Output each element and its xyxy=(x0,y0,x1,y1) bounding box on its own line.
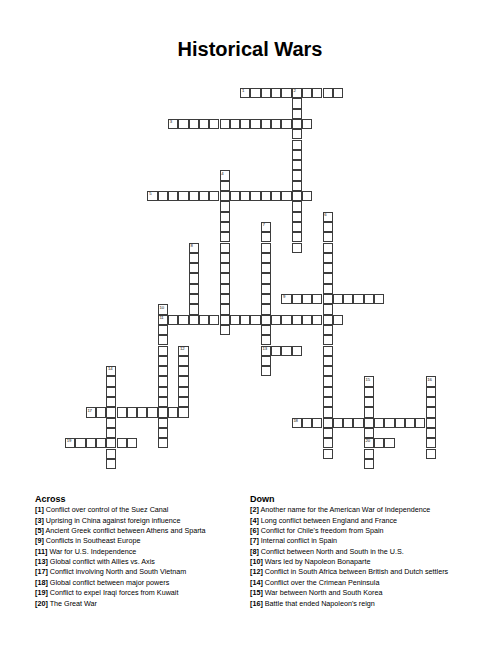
grid-cell[interactable] xyxy=(250,88,260,98)
cell-number: 6 xyxy=(324,213,326,217)
clue-number: [10] xyxy=(250,557,263,566)
grid-cell[interactable] xyxy=(189,253,199,263)
grid-cell[interactable] xyxy=(292,181,302,191)
grid-cell[interactable]: 20 xyxy=(364,438,374,448)
grid-cell[interactable] xyxy=(292,150,302,160)
grid-cell[interactable] xyxy=(374,294,384,304)
clue-item: [3] Uprising in China against foreign in… xyxy=(35,516,247,526)
grid-cell[interactable] xyxy=(168,315,178,325)
cell-number: 5 xyxy=(149,192,151,196)
grid-cell[interactable] xyxy=(220,284,230,294)
grid-cell[interactable] xyxy=(106,387,116,397)
clue-number: [8] xyxy=(250,547,259,556)
cell-number: 13 xyxy=(262,347,266,351)
grid-cell[interactable] xyxy=(364,428,374,438)
grid-cell[interactable] xyxy=(323,438,333,448)
grid-cell[interactable] xyxy=(281,315,291,325)
clue-number: [16] xyxy=(250,599,263,608)
grid-cell[interactable] xyxy=(158,418,168,428)
clue-number: [7] xyxy=(250,536,259,545)
grid-cell[interactable] xyxy=(364,294,374,304)
grid-cell[interactable] xyxy=(333,418,343,428)
grid-cell[interactable] xyxy=(220,263,230,273)
grid-cell[interactable] xyxy=(333,88,343,98)
grid-cell[interactable] xyxy=(178,315,188,325)
grid-cell[interactable] xyxy=(384,418,394,428)
clue-number: [6] xyxy=(250,526,259,535)
grid-cell[interactable] xyxy=(374,438,384,448)
clue-number: [13] xyxy=(35,557,48,566)
crossword-grid: 1235911131718192046781012141516 xyxy=(65,88,437,470)
grid-cell[interactable] xyxy=(261,304,271,314)
down-header: Down xyxy=(250,494,450,504)
grid-cell[interactable] xyxy=(292,232,302,242)
grid-cell[interactable] xyxy=(426,397,436,407)
grid-cell[interactable] xyxy=(292,212,302,222)
grid-cell[interactable] xyxy=(323,243,333,253)
clue-item: [6] Conflict for Chile's freedom from Sp… xyxy=(250,526,450,536)
clue-number: [4] xyxy=(250,516,259,525)
grid-cell[interactable] xyxy=(364,418,374,428)
grid-cell[interactable]: 6 xyxy=(323,212,333,222)
grid-cell[interactable] xyxy=(209,191,219,201)
grid-cell[interactable]: 12 xyxy=(178,346,188,356)
grid-cell[interactable] xyxy=(106,418,116,428)
grid-cell[interactable] xyxy=(261,88,271,98)
grid-cell[interactable] xyxy=(158,325,168,335)
clue-item: [16] Battle that ended Napoleon's reign xyxy=(250,599,450,609)
grid-cell[interactable] xyxy=(189,119,199,129)
grid-cell[interactable] xyxy=(106,428,116,438)
grid-cell[interactable] xyxy=(189,294,199,304)
grid-cell[interactable]: 18 xyxy=(292,418,302,428)
grid-cell[interactable] xyxy=(323,315,333,325)
grid-cell[interactable] xyxy=(426,407,436,417)
clue-item: [19] Conflict to expel Iraqi forces from… xyxy=(35,588,247,598)
cell-number: 16 xyxy=(427,378,431,382)
grid-cell[interactable] xyxy=(178,356,188,366)
grid-cell[interactable] xyxy=(364,449,374,459)
clue-number: [18] xyxy=(35,578,48,587)
grid-cell[interactable] xyxy=(292,170,302,180)
clue-number: [9] xyxy=(35,536,44,545)
grid-cell[interactable] xyxy=(261,263,271,273)
grid-cell[interactable] xyxy=(261,335,271,345)
grid-cell[interactable] xyxy=(343,418,353,428)
grid-cell[interactable] xyxy=(292,98,302,108)
grid-cell[interactable] xyxy=(312,294,322,304)
grid-cell[interactable] xyxy=(178,119,188,129)
grid-cell[interactable] xyxy=(261,284,271,294)
clue-number: [11] xyxy=(35,547,47,556)
grid-cell[interactable] xyxy=(230,191,240,201)
grid-cell[interactable] xyxy=(158,346,168,356)
grid-cell[interactable] xyxy=(292,160,302,170)
clue-number: [1] xyxy=(35,505,44,514)
grid-cell[interactable] xyxy=(158,407,168,417)
grid-cell[interactable] xyxy=(199,315,209,325)
grid-cell[interactable] xyxy=(353,418,363,428)
grid-cell[interactable] xyxy=(384,438,394,448)
cell-number: 7 xyxy=(262,223,264,227)
clue-number: [12] xyxy=(250,567,263,576)
grid-cell[interactable] xyxy=(189,263,199,273)
grid-cell[interactable] xyxy=(106,397,116,407)
grid-cell[interactable] xyxy=(426,387,436,397)
puzzle-page: Historical Wars 123591113171819204678101… xyxy=(0,0,500,647)
grid-cell[interactable] xyxy=(199,119,209,129)
grid-cell[interactable] xyxy=(323,232,333,242)
grid-cell[interactable] xyxy=(168,407,178,417)
grid-cell[interactable]: 9 xyxy=(281,294,291,304)
grid-cell[interactable] xyxy=(323,263,333,273)
grid-cell[interactable] xyxy=(178,407,188,417)
cell-number: 2 xyxy=(293,89,295,93)
grid-cell[interactable]: 19 xyxy=(65,438,75,448)
cell-number: 3 xyxy=(170,120,172,124)
cell-number: 17 xyxy=(87,409,91,413)
grid-cell[interactable] xyxy=(106,376,116,386)
grid-cell[interactable] xyxy=(158,376,168,386)
grid-cell[interactable] xyxy=(178,366,188,376)
grid-cell[interactable] xyxy=(137,407,147,417)
grid-cell[interactable] xyxy=(302,119,312,129)
grid-cell[interactable] xyxy=(323,222,333,232)
grid-cell[interactable]: 8 xyxy=(189,243,199,253)
grid-cell[interactable] xyxy=(250,315,260,325)
grid-cell[interactable] xyxy=(323,335,333,345)
across-header: Across xyxy=(35,494,247,504)
grid-cell[interactable] xyxy=(271,346,281,356)
grid-cell[interactable] xyxy=(189,315,199,325)
grid-cell[interactable] xyxy=(261,253,271,263)
grid-cell[interactable] xyxy=(261,366,271,376)
grid-cell[interactable] xyxy=(189,273,199,283)
grid-cell[interactable] xyxy=(158,397,168,407)
clue-item: [13] Global conflict with Allies vs. Axi… xyxy=(35,557,247,567)
grid-cell[interactable] xyxy=(240,191,250,201)
grid-cell[interactable] xyxy=(178,376,188,386)
grid-cell[interactable] xyxy=(220,232,230,242)
grid-cell[interactable] xyxy=(281,88,291,98)
grid-cell[interactable] xyxy=(261,191,271,201)
grid-cell[interactable] xyxy=(230,315,240,325)
grid-cell[interactable] xyxy=(199,191,209,201)
clue-item: [10] Wars led by Napoleon Bonaparte xyxy=(250,557,450,567)
grid-cell[interactable] xyxy=(220,212,230,222)
grid-cell[interactable] xyxy=(364,397,374,407)
clue-item: [18] Global conflict between major power… xyxy=(35,578,247,588)
grid-cell[interactable]: 2 xyxy=(292,88,302,98)
grid-cell[interactable] xyxy=(158,387,168,397)
clue-number: [17] xyxy=(35,567,48,576)
grid-cell[interactable] xyxy=(292,129,302,139)
clue-number: [19] xyxy=(35,588,48,597)
grid-cell[interactable] xyxy=(343,294,353,304)
grid-cell[interactable] xyxy=(86,438,96,448)
grid-cell[interactable] xyxy=(261,119,271,129)
grid-cell[interactable]: 16 xyxy=(426,376,436,386)
grid-cell[interactable] xyxy=(127,407,137,417)
grid-cell[interactable] xyxy=(261,232,271,242)
grid-cell[interactable] xyxy=(106,438,116,448)
cell-number: 14 xyxy=(108,367,112,371)
grid-cell[interactable] xyxy=(333,294,343,304)
grid-cell[interactable] xyxy=(240,315,250,325)
clue-item: [11] War for U.S. Independence xyxy=(35,547,247,557)
grid-cell[interactable] xyxy=(158,356,168,366)
grid-cell[interactable] xyxy=(302,191,312,201)
clue-number: [15] xyxy=(250,588,263,597)
across-clues: Across [1] Conflict over control of the … xyxy=(35,494,247,609)
clue-item: [15] War between North and South Korea xyxy=(250,588,450,598)
grid-cell[interactable] xyxy=(220,181,230,191)
grid-cell[interactable] xyxy=(292,109,302,119)
grid-cell[interactable] xyxy=(323,273,333,283)
grid-cell[interactable] xyxy=(220,201,230,211)
grid-cell[interactable] xyxy=(220,294,230,304)
grid-cell[interactable] xyxy=(106,449,116,459)
grid-cell[interactable] xyxy=(395,418,405,428)
grid-cell[interactable] xyxy=(292,243,302,253)
grid-cell[interactable] xyxy=(323,346,333,356)
grid-cell[interactable] xyxy=(333,315,343,325)
clue-item: [5] Ancient Greek conflict between Athen… xyxy=(35,526,247,536)
grid-cell[interactable] xyxy=(261,273,271,283)
grid-cell[interactable] xyxy=(364,407,374,417)
clue-item: [12] Conflict in South Africa between Br… xyxy=(250,567,450,577)
clue-number: [3] xyxy=(35,516,44,525)
cell-number: 1 xyxy=(242,89,244,93)
grid-cell[interactable] xyxy=(323,284,333,294)
grid-cell[interactable]: 10 xyxy=(158,304,168,314)
grid-cell[interactable] xyxy=(281,119,291,129)
grid-cell[interactable] xyxy=(323,88,333,98)
clue-item: [8] Conflict between North and South in … xyxy=(250,547,450,557)
grid-cell[interactable] xyxy=(75,438,85,448)
down-clues: Down [2] Another name for the American W… xyxy=(250,494,450,609)
grid-cell[interactable] xyxy=(302,294,312,304)
grid-cell[interactable] xyxy=(230,119,240,129)
grid-cell[interactable] xyxy=(117,438,127,448)
grid-cell[interactable] xyxy=(220,273,230,283)
grid-cell[interactable] xyxy=(271,119,281,129)
grid-cell[interactable] xyxy=(158,191,168,201)
grid-cell[interactable]: 4 xyxy=(220,170,230,180)
grid-cell[interactable] xyxy=(292,140,302,150)
clue-item: [20] The Great War xyxy=(35,599,247,609)
grid-cell[interactable] xyxy=(323,387,333,397)
clue-item: [9] Conflicts in Southeast Europe xyxy=(35,536,247,546)
cell-number: 9 xyxy=(283,295,285,299)
grid-cell[interactable] xyxy=(261,315,271,325)
grid-cell[interactable] xyxy=(220,243,230,253)
grid-cell[interactable] xyxy=(178,397,188,407)
grid-cell[interactable] xyxy=(374,418,384,428)
grid-cell[interactable] xyxy=(158,438,168,448)
grid-cell[interactable] xyxy=(271,191,281,201)
grid-cell[interactable] xyxy=(189,284,199,294)
grid-cell[interactable] xyxy=(292,119,302,129)
grid-cell[interactable] xyxy=(271,88,281,98)
cell-number: 20 xyxy=(365,439,369,443)
grid-cell[interactable] xyxy=(292,201,302,211)
grid-cell[interactable] xyxy=(106,407,116,417)
down-clue-list: [2] Another name for the American War of… xyxy=(250,505,450,608)
grid-cell[interactable] xyxy=(426,449,436,459)
grid-cell[interactable] xyxy=(292,315,302,325)
grid-cell[interactable] xyxy=(209,315,219,325)
clue-number: [2] xyxy=(250,505,259,514)
grid-cell[interactable] xyxy=(240,119,250,129)
cell-number: 18 xyxy=(293,419,297,423)
clue-item: [2] Another name for the American War of… xyxy=(250,505,450,515)
grid-cell[interactable] xyxy=(261,325,271,335)
page-title: Historical Wars xyxy=(0,38,500,60)
grid-cell[interactable] xyxy=(250,119,260,129)
cell-number: 19 xyxy=(67,439,71,443)
grid-cell[interactable] xyxy=(220,304,230,314)
grid-cell[interactable] xyxy=(158,366,168,376)
grid-cell[interactable] xyxy=(302,88,312,98)
grid-cell[interactable] xyxy=(117,407,127,417)
grid-cell[interactable] xyxy=(261,294,271,304)
grid-cell[interactable] xyxy=(158,428,168,438)
grid-cell[interactable] xyxy=(292,191,302,201)
grid-cell[interactable]: 17 xyxy=(86,407,96,417)
clue-item: [14] Conflict over the Crimean Peninsula xyxy=(250,578,450,588)
grid-cell[interactable] xyxy=(209,119,219,129)
grid-cell[interactable] xyxy=(323,253,333,263)
grid-cell[interactable] xyxy=(158,335,168,345)
clue-item: [1] Conflict over control of the Suez Ca… xyxy=(35,505,247,515)
grid-cell[interactable] xyxy=(271,315,281,325)
grid-cell[interactable] xyxy=(302,315,312,325)
grid-cell[interactable]: 14 xyxy=(106,366,116,376)
grid-cell[interactable] xyxy=(364,459,374,469)
grid-cell[interactable] xyxy=(323,428,333,438)
grid-cell[interactable] xyxy=(323,304,333,314)
grid-cell[interactable] xyxy=(405,418,415,428)
grid-cell[interactable]: 3 xyxy=(168,119,178,129)
grid-cell[interactable] xyxy=(189,304,199,314)
grid-cell[interactable] xyxy=(281,191,291,201)
grid-cell[interactable] xyxy=(426,438,436,448)
cell-number: 8 xyxy=(190,244,192,248)
grid-cell[interactable] xyxy=(189,191,199,201)
grid-cell[interactable] xyxy=(220,253,230,263)
grid-cell[interactable]: 5 xyxy=(147,191,157,201)
grid-cell[interactable]: 11 xyxy=(158,315,168,325)
grid-cell[interactable] xyxy=(96,407,106,417)
grid-cell[interactable]: 1 xyxy=(240,88,250,98)
across-clue-list: [1] Conflict over control of the Suez Ca… xyxy=(35,505,247,608)
grid-cell[interactable] xyxy=(96,438,106,448)
grid-cell[interactable] xyxy=(220,315,230,325)
clue-number: [14] xyxy=(250,578,263,587)
grid-cell[interactable] xyxy=(364,387,374,397)
grid-cell[interactable] xyxy=(312,418,322,428)
grid-cell[interactable] xyxy=(426,428,436,438)
grid-cell[interactable]: 15 xyxy=(364,376,374,386)
grid-cell[interactable] xyxy=(426,418,436,428)
clue-item: [7] Internal conflict in Spain xyxy=(250,536,450,546)
grid-cell[interactable] xyxy=(261,356,271,366)
grid-cell[interactable] xyxy=(312,315,322,325)
clue-number: [5] xyxy=(35,526,44,535)
grid-cell[interactable] xyxy=(302,418,312,428)
cell-number: 11 xyxy=(159,316,163,320)
grid-cell[interactable] xyxy=(312,88,322,98)
grid-cell[interactable] xyxy=(323,418,333,428)
grid-cell[interactable] xyxy=(127,438,137,448)
grid-cell[interactable] xyxy=(323,356,333,366)
grid-cell[interactable] xyxy=(323,325,333,335)
grid-cell[interactable] xyxy=(353,294,363,304)
grid-cell[interactable] xyxy=(323,397,333,407)
grid-cell[interactable] xyxy=(323,407,333,417)
clue-item: [4] Long conflict between England and Fr… xyxy=(250,516,450,526)
grid-cell[interactable] xyxy=(220,222,230,232)
grid-cell[interactable] xyxy=(220,191,230,201)
clue-item: [17] Conflict involving North and South … xyxy=(35,567,247,577)
grid-cell[interactable] xyxy=(323,294,333,304)
grid-cell[interactable] xyxy=(292,222,302,232)
grid-cell[interactable] xyxy=(106,459,116,469)
grid-cell[interactable] xyxy=(220,325,230,335)
clue-number: [20] xyxy=(35,599,48,608)
grid-cell[interactable] xyxy=(415,418,425,428)
grid-cell[interactable] xyxy=(292,346,302,356)
grid-cell[interactable] xyxy=(147,407,157,417)
grid-cell[interactable] xyxy=(178,191,188,201)
grid-cell[interactable] xyxy=(292,294,302,304)
cell-number: 4 xyxy=(221,172,223,176)
cell-number: 15 xyxy=(365,378,369,382)
grid-cell[interactable]: 13 xyxy=(261,346,271,356)
grid-cell[interactable] xyxy=(323,376,333,386)
cell-number: 10 xyxy=(159,306,163,310)
grid-cell[interactable] xyxy=(323,366,333,376)
grid-cell[interactable] xyxy=(323,449,333,459)
grid-cell[interactable] xyxy=(220,119,230,129)
grid-cell[interactable] xyxy=(168,191,178,201)
grid-cell[interactable] xyxy=(178,387,188,397)
grid-cell[interactable] xyxy=(250,191,260,201)
grid-cell[interactable] xyxy=(281,346,291,356)
grid-cell[interactable]: 7 xyxy=(261,222,271,232)
grid-cell[interactable] xyxy=(261,243,271,253)
cell-number: 12 xyxy=(180,347,184,351)
